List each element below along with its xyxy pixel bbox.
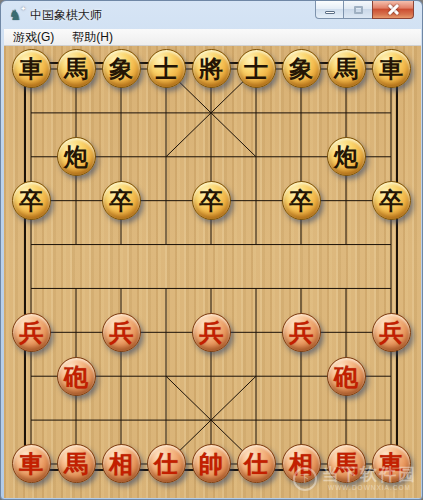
board-cell: 卒 bbox=[9, 179, 54, 223]
piece-black-卒[interactable]: 卒 bbox=[372, 181, 411, 220]
board-cell: 士 bbox=[234, 47, 279, 91]
board-cell: 仕 bbox=[234, 442, 279, 486]
piece-red-相[interactable]: 相 bbox=[282, 444, 321, 483]
piece-black-將[interactable]: 將 bbox=[192, 49, 231, 88]
close-icon bbox=[388, 4, 399, 15]
piece-black-士[interactable]: 士 bbox=[147, 49, 186, 88]
board-cell: 車 bbox=[9, 47, 54, 91]
titlebar[interactable]: ♞ ✦ 中国象棋大师 bbox=[1, 1, 422, 29]
minimize-button[interactable] bbox=[315, 1, 344, 19]
board-cell: 車 bbox=[9, 442, 54, 486]
piece-black-卒[interactable]: 卒 bbox=[12, 181, 51, 220]
board-cell: 兵 bbox=[279, 310, 324, 354]
board-cell: 砲 bbox=[54, 354, 99, 398]
piece-black-車[interactable]: 車 bbox=[372, 49, 411, 88]
piece-red-砲[interactable]: 砲 bbox=[57, 357, 96, 396]
app-window: ♞ ✦ 中国象棋大师 游戏(G) 帮助(H) 車馬象士將士象馬車炮炮卒卒卒卒卒兵… bbox=[0, 0, 423, 500]
piece-black-士[interactable]: 士 bbox=[237, 49, 276, 88]
piece-red-相[interactable]: 相 bbox=[102, 444, 141, 483]
board-cell: 炮 bbox=[54, 135, 99, 179]
menu-bar: 游戏(G) 帮助(H) bbox=[4, 29, 421, 46]
window-title: 中国象棋大师 bbox=[30, 7, 102, 24]
piece-red-兵[interactable]: 兵 bbox=[192, 313, 231, 352]
piece-red-仕[interactable]: 仕 bbox=[147, 444, 186, 483]
board-cell: 將 bbox=[189, 47, 234, 91]
menu-item-game[interactable]: 游戏(G) bbox=[4, 29, 63, 46]
maximize-icon bbox=[354, 6, 363, 14]
piece-black-車[interactable]: 車 bbox=[12, 49, 51, 88]
piece-black-馬[interactable]: 馬 bbox=[327, 49, 366, 88]
board-cell: 馬 bbox=[324, 47, 369, 91]
piece-black-卒[interactable]: 卒 bbox=[102, 181, 141, 220]
board-cell: 卒 bbox=[369, 179, 414, 223]
board-cell: 相 bbox=[279, 442, 324, 486]
board-cell: 炮 bbox=[324, 135, 369, 179]
board-cell: 兵 bbox=[189, 310, 234, 354]
piece-red-馬[interactable]: 馬 bbox=[57, 444, 96, 483]
piece-red-車[interactable]: 車 bbox=[372, 444, 411, 483]
piece-red-馬[interactable]: 馬 bbox=[327, 444, 366, 483]
board-cell: 馬 bbox=[54, 47, 99, 91]
board-cell: 士 bbox=[144, 47, 189, 91]
piece-black-卒[interactable]: 卒 bbox=[192, 181, 231, 220]
board-cell: 象 bbox=[99, 47, 144, 91]
board-cell: 兵 bbox=[99, 310, 144, 354]
board-cell: 帥 bbox=[189, 442, 234, 486]
board-cell: 卒 bbox=[189, 179, 234, 223]
xiangqi-board[interactable]: 車馬象士將士象馬車炮炮卒卒卒卒卒兵兵兵兵兵砲砲車馬相仕帥仕相馬車 bbox=[4, 46, 421, 498]
piece-black-卒[interactable]: 卒 bbox=[282, 181, 321, 220]
board-cell: 兵 bbox=[9, 310, 54, 354]
minimize-icon bbox=[325, 11, 335, 14]
close-button[interactable] bbox=[372, 1, 414, 19]
piece-black-象[interactable]: 象 bbox=[102, 49, 141, 88]
board-grid: 車馬象士將士象馬車炮炮卒卒卒卒卒兵兵兵兵兵砲砲車馬相仕帥仕相馬車 bbox=[9, 47, 414, 486]
piece-red-兵[interactable]: 兵 bbox=[372, 313, 411, 352]
app-icon: ♞ ✦ bbox=[9, 7, 25, 23]
board-cell: 馬 bbox=[54, 442, 99, 486]
piece-red-兵[interactable]: 兵 bbox=[102, 313, 141, 352]
board-cell: 仕 bbox=[144, 442, 189, 486]
piece-red-帥[interactable]: 帥 bbox=[192, 444, 231, 483]
piece-black-炮[interactable]: 炮 bbox=[57, 137, 96, 176]
board-cell: 砲 bbox=[324, 354, 369, 398]
board-cell: 象 bbox=[279, 47, 324, 91]
piece-red-仕[interactable]: 仕 bbox=[237, 444, 276, 483]
menu-item-help[interactable]: 帮助(H) bbox=[63, 29, 122, 46]
window-controls bbox=[315, 1, 414, 19]
piece-black-馬[interactable]: 馬 bbox=[57, 49, 96, 88]
maximize-button[interactable] bbox=[344, 1, 372, 19]
piece-black-象[interactable]: 象 bbox=[282, 49, 321, 88]
board-cell: 車 bbox=[369, 47, 414, 91]
board-cell: 車 bbox=[369, 442, 414, 486]
board-cell: 馬 bbox=[324, 442, 369, 486]
board-cell: 卒 bbox=[99, 179, 144, 223]
sparkle-icon: ✦ bbox=[20, 5, 26, 13]
board-cell: 兵 bbox=[369, 310, 414, 354]
piece-black-炮[interactable]: 炮 bbox=[327, 137, 366, 176]
piece-red-車[interactable]: 車 bbox=[12, 444, 51, 483]
piece-red-兵[interactable]: 兵 bbox=[12, 313, 51, 352]
piece-red-兵[interactable]: 兵 bbox=[282, 313, 321, 352]
board-cell: 相 bbox=[99, 442, 144, 486]
board-cell: 卒 bbox=[279, 179, 324, 223]
piece-red-砲[interactable]: 砲 bbox=[327, 357, 366, 396]
